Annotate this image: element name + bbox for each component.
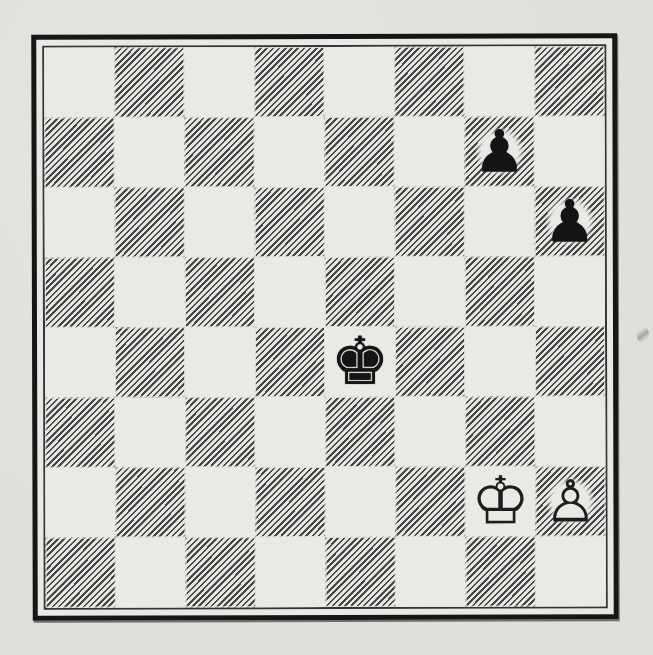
square-a6 [45, 188, 115, 258]
square-b5 [115, 257, 185, 327]
white-king-g2: ♔ [468, 469, 532, 533]
square-a5 [45, 258, 115, 328]
square-c2 [185, 467, 255, 537]
square-g1 [466, 536, 536, 606]
square-b8 [114, 47, 184, 117]
square-a4 [45, 328, 115, 398]
square-e1 [326, 537, 396, 607]
square-g6 [465, 186, 535, 256]
square-a2 [45, 468, 115, 538]
square-f7 [394, 117, 464, 187]
square-d8 [254, 47, 324, 117]
square-d5 [255, 257, 325, 327]
square-b2 [115, 467, 185, 537]
square-g5 [465, 256, 535, 326]
square-d4 [255, 327, 325, 397]
square-c3 [185, 397, 255, 467]
square-g7: ♟ [464, 116, 534, 186]
white-pawn-h2: ♙ [538, 469, 602, 533]
square-g8 [464, 46, 534, 116]
square-h4 [535, 326, 605, 396]
square-h5 [535, 256, 605, 326]
square-e2 [325, 467, 395, 537]
square-a3 [45, 398, 115, 468]
chess-board-inner-border: ♟♟♚♔♙ [42, 44, 607, 609]
square-f5 [395, 257, 465, 327]
square-g4 [465, 326, 535, 396]
square-b6 [115, 187, 185, 257]
square-e5 [325, 257, 395, 327]
square-c5 [185, 257, 255, 327]
square-h6: ♟ [535, 186, 605, 256]
square-c6 [185, 187, 255, 257]
square-d6 [255, 187, 325, 257]
square-f8 [394, 47, 464, 117]
square-g2: ♔ [465, 466, 535, 536]
square-e7 [324, 117, 394, 187]
chess-board: ♟♟♚♔♙ [44, 46, 605, 607]
square-d7 [254, 117, 324, 187]
black-pawn-g7: ♟ [467, 119, 531, 183]
square-d1 [256, 537, 326, 607]
square-d2 [255, 467, 325, 537]
paper-stray-mark [636, 326, 651, 344]
square-f1 [396, 537, 466, 607]
square-e3 [325, 397, 395, 467]
square-a1 [46, 538, 116, 608]
square-c7 [184, 117, 254, 187]
square-c4 [185, 327, 255, 397]
square-h2: ♙ [535, 466, 605, 536]
black-king-e4: ♚ [328, 330, 392, 394]
square-d3 [255, 397, 325, 467]
square-h1 [536, 536, 606, 606]
square-c1 [186, 537, 256, 607]
square-b7 [114, 117, 184, 187]
square-a8 [44, 48, 114, 118]
square-g3 [465, 396, 535, 466]
square-a7 [44, 118, 114, 188]
chess-board-frame: ♟♟♚♔♙ [31, 33, 619, 621]
square-b3 [115, 397, 185, 467]
black-pawn-h6: ♟ [538, 189, 602, 253]
square-f2 [395, 467, 465, 537]
square-f4 [395, 327, 465, 397]
square-f6 [395, 187, 465, 257]
square-f3 [395, 397, 465, 467]
square-e6 [325, 187, 395, 257]
book-page: ♟♟♚♔♙ [0, 0, 653, 655]
square-h8 [534, 46, 604, 116]
square-e4: ♚ [325, 327, 395, 397]
square-c8 [184, 47, 254, 117]
square-e8 [324, 47, 394, 117]
square-h3 [535, 396, 605, 466]
square-b1 [116, 537, 186, 607]
square-h7 [534, 116, 604, 186]
square-b4 [115, 327, 185, 397]
